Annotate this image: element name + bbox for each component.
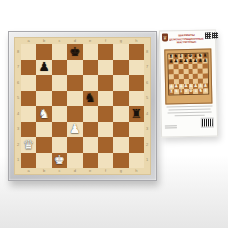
rank-label: 7: [144, 60, 150, 76]
qr-codes: [205, 32, 218, 38]
fine-print-line: [166, 106, 212, 108]
square-a2[interactable]: ♛: [21, 137, 36, 153]
square-g2[interactable]: [113, 137, 128, 153]
rank-label: 2: [144, 137, 150, 153]
square-a7[interactable]: [21, 60, 36, 76]
square-b7[interactable]: ♟: [36, 60, 51, 76]
square-h4[interactable]: ♜: [129, 106, 144, 122]
square-d7[interactable]: [67, 60, 82, 76]
square-f4[interactable]: [98, 106, 113, 122]
square-f1[interactable]: [98, 153, 113, 169]
square-h1[interactable]: [129, 153, 144, 169]
square-c8[interactable]: [52, 44, 67, 60]
square-c7[interactable]: [52, 60, 67, 76]
square-h6[interactable]: [129, 75, 144, 91]
fine-print-line: [174, 115, 204, 117]
square-c6[interactable]: [52, 75, 67, 91]
square-d3[interactable]: ♟: [67, 122, 82, 138]
file-label: b: [36, 168, 51, 174]
white-knight: ♞: [38, 108, 49, 121]
mini-white-rook: ♜: [204, 89, 208, 94]
qr-code-icon: [205, 33, 211, 39]
square-g6[interactable]: [113, 75, 128, 91]
square-b6[interactable]: [36, 75, 51, 91]
square-h3[interactable]: [129, 122, 144, 138]
square-f8[interactable]: [98, 44, 113, 60]
square-d8[interactable]: ♚: [67, 44, 82, 60]
square-a3[interactable]: [21, 122, 36, 138]
file-label: f: [98, 168, 113, 174]
square-e5[interactable]: ♞: [83, 91, 98, 107]
square-e2[interactable]: [83, 137, 98, 153]
packaging-box: ♛ ШАХМАТЫ ДЕМОНСТРАЦИОННЫЕ МАГНИТНЫЕ ♜♞♝…: [159, 29, 218, 137]
mini-square: ♜: [203, 89, 208, 94]
square-e8[interactable]: [83, 44, 98, 60]
square-d1[interactable]: [67, 153, 82, 169]
rank-label: 8: [144, 44, 150, 60]
square-h8[interactable]: [129, 44, 144, 60]
square-d4[interactable]: [67, 106, 82, 122]
square-c1[interactable]: ♚: [52, 153, 67, 169]
square-b3[interactable]: [36, 122, 51, 138]
square-g8[interactable]: [113, 44, 128, 60]
file-label: d: [67, 168, 82, 174]
square-f2[interactable]: [98, 137, 113, 153]
square-b5[interactable]: [36, 91, 51, 107]
square-a6[interactable]: [21, 75, 36, 91]
qr-code-icon: [212, 32, 218, 38]
square-g7[interactable]: [113, 60, 128, 76]
product-photo: abcdefgh8♚87♟7665♞54♞♜43♟32♛21♚1abcdefgh…: [0, 0, 228, 228]
square-e3[interactable]: [83, 122, 98, 138]
black-pawn: ♟: [38, 61, 49, 74]
mini-board-grid: ♜♞♝♛♚♝♞♜♟♟♟♟♟♟♟♟♟♟♟♟♟♟♟♟♜♞♝♛♚♝♞♜: [167, 53, 209, 96]
rank-label: 5: [144, 91, 150, 107]
square-c4[interactable]: [52, 106, 67, 122]
black-king: ♚: [69, 46, 80, 59]
rank-label: 6: [144, 75, 150, 91]
square-c5[interactable]: [52, 91, 67, 107]
packaging-title: ШАХМАТЫ ДЕМОНСТРАЦИОННЫЕ МАГНИТНЫЕ: [169, 33, 204, 46]
packaging-title-line3: МАГНИТНЫЕ: [169, 41, 204, 45]
square-h5[interactable]: [129, 91, 144, 107]
barcode-icon: [201, 117, 214, 127]
square-d2[interactable]: [67, 137, 82, 153]
white-queen: ♛: [23, 139, 34, 152]
square-e1[interactable]: [83, 153, 98, 169]
black-rook: ♜: [131, 108, 142, 121]
square-g5[interactable]: [113, 91, 128, 107]
square-g3[interactable]: [113, 122, 128, 138]
square-b4[interactable]: ♞: [36, 106, 51, 122]
board-face: abcdefgh8♚87♟7665♞54♞♜43♟32♛21♚1abcdefgh: [14, 37, 151, 175]
fine-print-block: [165, 124, 177, 128]
square-b2[interactable]: [36, 137, 51, 153]
square-e4[interactable]: [83, 106, 98, 122]
file-label: c: [52, 168, 67, 174]
square-h7[interactable]: [129, 60, 144, 76]
square-f5[interactable]: [98, 91, 113, 107]
chess-board-frame: abcdefgh8♚87♟7665♞54♞♜43♟32♛21♚1abcdefgh: [8, 31, 157, 181]
file-label: a: [21, 168, 36, 174]
fine-print-line: [167, 112, 211, 114]
square-a4[interactable]: [21, 106, 36, 122]
board-border-corner: [144, 168, 150, 174]
square-e7[interactable]: [83, 60, 98, 76]
square-d5[interactable]: [67, 91, 82, 107]
square-c2[interactable]: [52, 137, 67, 153]
square-a8[interactable]: [21, 44, 36, 60]
square-b8[interactable]: [36, 44, 51, 60]
square-c3[interactable]: [52, 122, 67, 138]
square-b1[interactable]: [36, 153, 51, 169]
white-pawn: ♟: [69, 123, 80, 136]
square-d6[interactable]: [67, 75, 82, 91]
square-f3[interactable]: [98, 122, 113, 138]
square-a1[interactable]: [21, 153, 36, 169]
white-king: ♚: [54, 154, 65, 167]
rank-label: 4: [144, 106, 150, 122]
square-a5[interactable]: [21, 91, 36, 107]
rank-label: 3: [144, 122, 150, 138]
square-f6[interactable]: [98, 75, 113, 91]
packaging-fine-print: [163, 105, 214, 128]
brand-logo-icon: ♛: [162, 33, 168, 41]
packaging-board-picture: ♜♞♝♛♚♝♞♜♟♟♟♟♟♟♟♟♟♟♟♟♟♟♟♟♜♞♝♛♚♝♞♜: [164, 49, 212, 105]
packaging-header: ♛ ШАХМАТЫ ДЕМОНСТРАЦИОННЫЕ МАГНИТНЫЕ: [162, 32, 213, 48]
square-e6[interactable]: [83, 75, 98, 91]
square-h2[interactable]: [129, 137, 144, 153]
file-label: g: [113, 168, 128, 174]
square-g1[interactable]: [113, 153, 128, 169]
rank-label: 1: [144, 153, 150, 169]
square-g4[interactable]: [113, 106, 128, 122]
file-label: h: [129, 168, 144, 174]
fine-print-line: [168, 109, 210, 111]
packaging-bottom-row: [164, 117, 215, 128]
square-f7[interactable]: [98, 60, 113, 76]
file-label: e: [83, 168, 98, 174]
black-knight: ♞: [85, 92, 96, 105]
